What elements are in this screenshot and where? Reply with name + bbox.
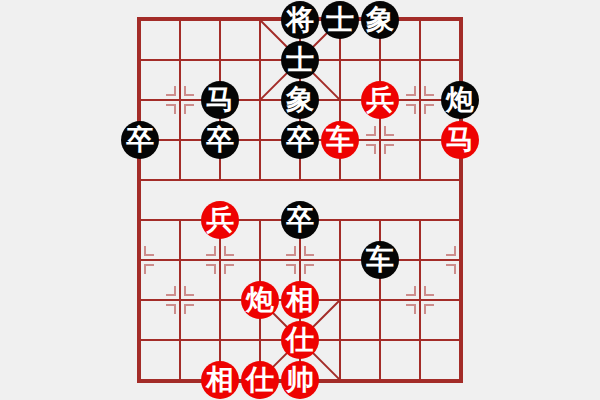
piece-red-chariot[interactable]: 车 xyxy=(321,121,359,159)
point-marker xyxy=(286,264,296,274)
point-marker xyxy=(446,246,456,256)
point-marker xyxy=(384,126,394,136)
point-marker xyxy=(206,264,216,274)
point-marker xyxy=(184,304,194,314)
point-marker xyxy=(184,286,194,296)
xiangqi-board[interactable]: 将士象士马象炮卒卒卒卒车兵车马兵炮相仕相仕帅 xyxy=(0,0,600,400)
piece-black-general[interactable]: 将 xyxy=(281,1,319,39)
piece-red-horse[interactable]: 马 xyxy=(441,121,479,159)
piece-red-soldier[interactable]: 兵 xyxy=(361,81,399,119)
piece-black-soldier[interactable]: 卒 xyxy=(281,121,319,159)
point-marker xyxy=(206,246,216,256)
piece-red-elephant[interactable]: 相 xyxy=(281,281,319,319)
point-marker xyxy=(406,104,416,114)
point-marker xyxy=(424,286,434,296)
point-marker xyxy=(424,304,434,314)
piece-black-cannon[interactable]: 炮 xyxy=(441,81,479,119)
point-marker xyxy=(224,246,234,256)
point-marker xyxy=(366,144,376,154)
piece-black-chariot[interactable]: 车 xyxy=(361,241,399,279)
piece-red-general[interactable]: 帅 xyxy=(281,361,319,399)
piece-red-advisor[interactable]: 仕 xyxy=(241,361,279,399)
point-marker xyxy=(406,304,416,314)
piece-black-advisor[interactable]: 士 xyxy=(321,1,359,39)
point-marker xyxy=(144,264,154,274)
point-marker xyxy=(384,144,394,154)
point-marker xyxy=(366,126,376,136)
piece-red-advisor[interactable]: 仕 xyxy=(281,321,319,359)
point-marker xyxy=(166,286,176,296)
point-marker xyxy=(184,104,194,114)
point-marker xyxy=(304,264,314,274)
point-marker xyxy=(304,246,314,256)
point-marker xyxy=(224,264,234,274)
piece-black-soldier[interactable]: 卒 xyxy=(201,121,239,159)
point-marker xyxy=(424,86,434,96)
point-marker xyxy=(446,264,456,274)
piece-red-cannon[interactable]: 炮 xyxy=(241,281,279,319)
piece-red-elephant[interactable]: 相 xyxy=(201,361,239,399)
point-marker xyxy=(144,246,154,256)
point-marker xyxy=(166,86,176,96)
point-marker xyxy=(424,104,434,114)
piece-black-elephant[interactable]: 象 xyxy=(361,1,399,39)
piece-black-horse[interactable]: 马 xyxy=(201,81,239,119)
point-marker xyxy=(406,86,416,96)
piece-black-elephant[interactable]: 象 xyxy=(281,81,319,119)
point-marker xyxy=(184,86,194,96)
piece-red-soldier[interactable]: 兵 xyxy=(201,201,239,239)
point-marker xyxy=(166,104,176,114)
point-marker xyxy=(286,246,296,256)
piece-black-soldier[interactable]: 卒 xyxy=(121,121,159,159)
point-marker xyxy=(166,304,176,314)
piece-black-advisor[interactable]: 士 xyxy=(281,41,319,79)
point-marker xyxy=(406,286,416,296)
piece-black-soldier[interactable]: 卒 xyxy=(281,201,319,239)
